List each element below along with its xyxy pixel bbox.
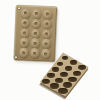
mold-bump — [20, 28, 30, 38]
mold-cavity — [78, 65, 86, 70]
mold-cavity — [47, 73, 54, 78]
mold-bump — [30, 28, 40, 38]
mold-cavity — [42, 79, 50, 84]
mold-bump — [41, 29, 51, 39]
mold-cavity — [58, 88, 67, 94]
product-photo — [0, 0, 100, 100]
mold-cavity — [50, 83, 59, 89]
mold-cavity — [68, 77, 76, 83]
mold-bump — [41, 39, 51, 49]
mold-bump — [19, 38, 29, 48]
mold-front-view — [14, 5, 57, 62]
mold-bump — [31, 9, 41, 19]
mold-cavity — [70, 60, 77, 65]
mold-bump — [42, 19, 52, 29]
mold-cavity — [52, 67, 59, 72]
mold-bump — [41, 49, 51, 59]
mold-cavity — [60, 72, 68, 77]
mold-bump — [42, 9, 52, 19]
mold-cavity — [62, 56, 68, 60]
mold-bump — [20, 8, 30, 18]
hanging-hole-bottom — [15, 57, 17, 59]
mold-bump — [19, 48, 29, 58]
mold-bump — [30, 38, 40, 48]
mold-bump — [20, 18, 30, 28]
mold-bump — [30, 48, 40, 58]
bump-grid — [18, 8, 53, 58]
mold-bump — [31, 19, 41, 29]
